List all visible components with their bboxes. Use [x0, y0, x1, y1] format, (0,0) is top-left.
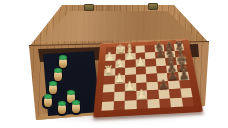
board-square — [147, 90, 159, 99]
board-square — [103, 84, 114, 93]
board-square — [135, 66, 146, 74]
board-square: ♟ — [125, 83, 136, 92]
board-square — [179, 80, 191, 89]
board-square — [125, 60, 135, 68]
board-square — [136, 82, 147, 91]
chess-set-photo: ♚♝♞♟♜♟♟♟♞♝♞♟♛♚♜♟♟♟♟♟♟♟♟ — [0, 0, 228, 128]
stored-pawn — [49, 83, 57, 94]
board-square — [125, 100, 137, 110]
brass-hinge-left — [84, 4, 94, 11]
board-square: ♟ — [114, 75, 125, 84]
board-square — [181, 97, 194, 107]
chess-piece-p: ♟ — [113, 72, 125, 85]
board-square: ♟ — [136, 90, 147, 99]
chessboard: ♚♝♞♟♜♟♟♟♞♝♞♟♛♚♜♟♟♟♟♟♟♟♟ — [93, 39, 203, 118]
chessboard-frame: ♚♝♞♟♜♟♟♟♞♝♞♟♛♚♜♟♟♟♟♟♟♟♟ — [93, 39, 203, 118]
stored-pawn — [44, 96, 52, 107]
board-square — [145, 59, 156, 67]
board-square — [102, 101, 114, 111]
board-square — [147, 99, 159, 109]
board-square — [113, 100, 125, 110]
board-square: ♟ — [167, 72, 179, 81]
stored-pawn — [72, 102, 80, 113]
board-square — [136, 99, 148, 109]
chessboard-squares: ♚♝♞♟♜♟♟♟♞♝♞♟♛♚♜♟♟♟♟♟♟♟♟ — [102, 43, 195, 110]
board-square — [125, 67, 135, 75]
brass-hinge-right — [148, 3, 158, 10]
board-square: ♟ — [176, 64, 188, 72]
board-square — [146, 66, 157, 74]
board-square — [102, 92, 114, 101]
stored-pawn — [59, 57, 67, 68]
stored-pawn — [58, 103, 66, 114]
stored-pawn — [54, 70, 62, 81]
board-square — [103, 76, 114, 85]
